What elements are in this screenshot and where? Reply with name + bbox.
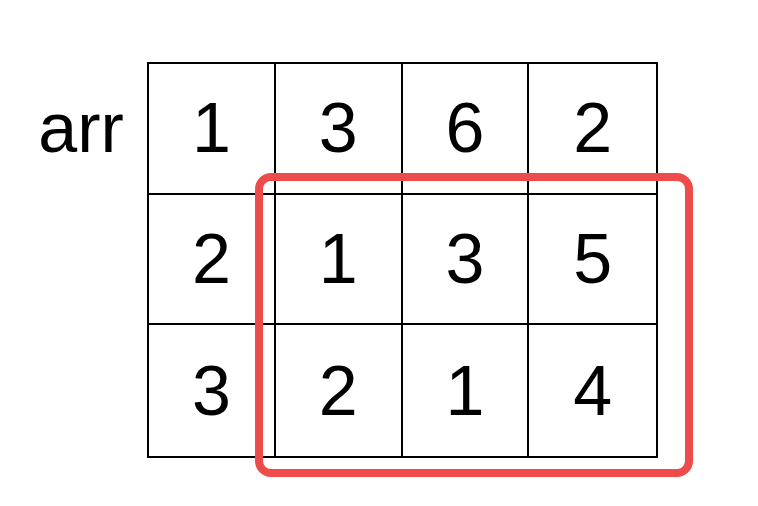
cell-r1-c1: 1 (149, 64, 276, 195)
cell-r2-c4: 5 (529, 195, 656, 326)
cell-r3-c1: 3 (149, 325, 276, 456)
cell-r1-c3: 6 (403, 64, 530, 195)
cell-r1-c4: 2 (529, 64, 656, 195)
cell-r3-c3: 1 (403, 325, 530, 456)
cell-r2-c1: 2 (149, 195, 276, 326)
cell-r3-c2: 2 (276, 325, 403, 456)
cell-r2-c3: 3 (403, 195, 530, 326)
cell-r2-c2: 1 (276, 195, 403, 326)
array-grid: 1 3 6 2 2 1 3 5 3 2 1 4 (147, 62, 658, 458)
cell-r1-c2: 3 (276, 64, 403, 195)
array-name-label: arr (25, 62, 137, 194)
cell-r3-c4: 4 (529, 325, 656, 456)
array-diagram: arr 1 3 6 2 2 1 3 5 3 2 1 4 (0, 0, 758, 506)
